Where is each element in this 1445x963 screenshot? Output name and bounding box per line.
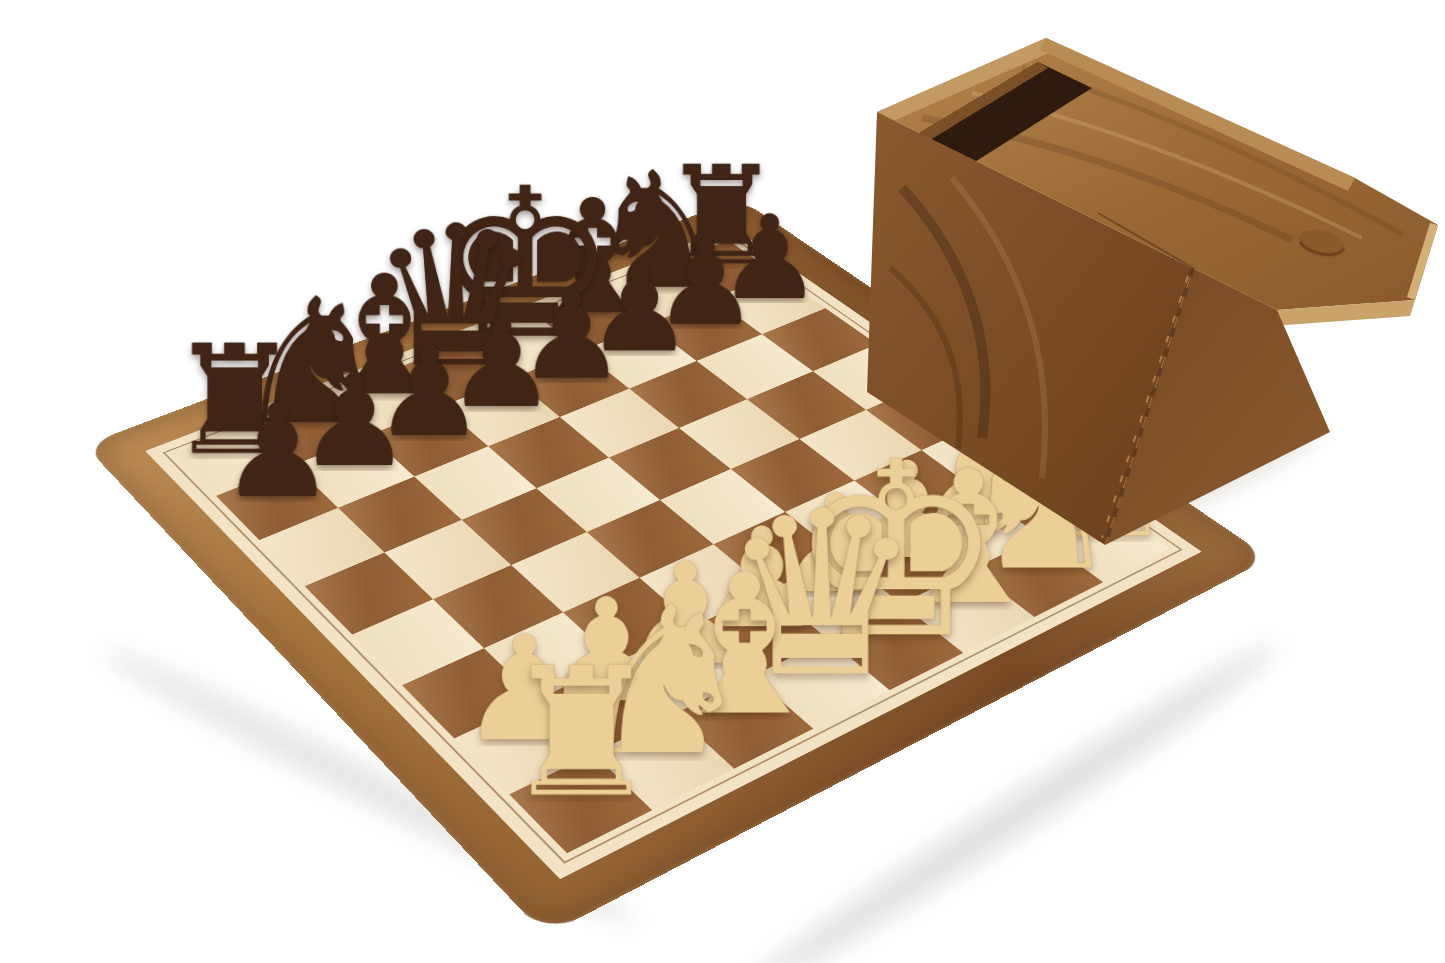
- piece-white-rook-a1: ♜: [489, 595, 674, 803]
- piece-black-pawn-a7: ♟: [197, 322, 357, 502]
- storage-box: ♛ ♛: [862, 8, 1445, 560]
- storage-box-drawing: [862, 8, 1445, 560]
- chess-set-photo: ♜♞♝♛♚♝♞♜♟♟♟♟♟♟♟♟♟♟♟♟♟♟♟♟♜♞♝♛♚♝♞♜: [0, 0, 1445, 963]
